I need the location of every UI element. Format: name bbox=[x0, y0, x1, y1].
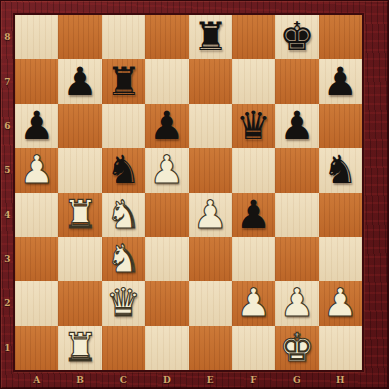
square-g1[interactable]: ♚ bbox=[275, 326, 318, 370]
square-g7[interactable] bbox=[275, 59, 318, 103]
square-d8[interactable] bbox=[145, 15, 188, 59]
file-label-f: F bbox=[232, 370, 275, 389]
rank-label-2: 2 bbox=[0, 281, 15, 325]
piece-white-pawn[interactable]: ♟ bbox=[19, 148, 54, 192]
square-c6[interactable] bbox=[102, 104, 145, 148]
rank-label-7: 7 bbox=[0, 59, 15, 103]
file-label-h: H bbox=[319, 370, 362, 389]
piece-white-pawn[interactable]: ♟ bbox=[279, 281, 314, 325]
piece-black-pawn[interactable]: ♟ bbox=[19, 104, 54, 148]
square-d3[interactable] bbox=[145, 237, 188, 281]
piece-white-knight[interactable]: ♞ bbox=[106, 237, 141, 281]
square-e8[interactable]: ♜ bbox=[189, 15, 232, 59]
square-b7[interactable]: ♟ bbox=[58, 59, 101, 103]
piece-black-rook[interactable]: ♜ bbox=[193, 15, 228, 59]
square-b4[interactable]: ♜ bbox=[58, 193, 101, 237]
square-g2[interactable]: ♟ bbox=[275, 281, 318, 325]
square-g3[interactable] bbox=[275, 237, 318, 281]
square-e7[interactable] bbox=[189, 59, 232, 103]
square-f5[interactable] bbox=[232, 148, 275, 192]
square-f2[interactable]: ♟ bbox=[232, 281, 275, 325]
piece-white-pawn[interactable]: ♟ bbox=[323, 281, 358, 325]
rank-label-6: 6 bbox=[0, 104, 15, 148]
square-b6[interactable] bbox=[58, 104, 101, 148]
square-e6[interactable] bbox=[189, 104, 232, 148]
square-c2[interactable]: ♛ bbox=[102, 281, 145, 325]
square-a7[interactable] bbox=[15, 59, 58, 103]
square-b5[interactable] bbox=[58, 148, 101, 192]
square-b1[interactable]: ♜ bbox=[58, 326, 101, 370]
square-f1[interactable] bbox=[232, 326, 275, 370]
square-d4[interactable] bbox=[145, 193, 188, 237]
square-h1[interactable] bbox=[319, 326, 362, 370]
square-h4[interactable] bbox=[319, 193, 362, 237]
square-a2[interactable] bbox=[15, 281, 58, 325]
square-c3[interactable]: ♞ bbox=[102, 237, 145, 281]
square-d2[interactable] bbox=[145, 281, 188, 325]
piece-white-rook[interactable]: ♜ bbox=[63, 193, 98, 237]
rank-labels: 87654321 bbox=[0, 15, 15, 370]
board-frame: 87654321 ABCDEFGH ♜♚♟♜♟♟♟♛♟♟♞♟♞♜♞♟♟♞♛♟♟♟… bbox=[0, 0, 389, 389]
file-label-e: E bbox=[189, 370, 232, 389]
piece-white-rook[interactable]: ♜ bbox=[63, 326, 98, 370]
piece-black-pawn[interactable]: ♟ bbox=[279, 104, 314, 148]
square-h8[interactable] bbox=[319, 15, 362, 59]
square-c7[interactable]: ♜ bbox=[102, 59, 145, 103]
square-c4[interactable]: ♞ bbox=[102, 193, 145, 237]
square-g6[interactable]: ♟ bbox=[275, 104, 318, 148]
square-f8[interactable] bbox=[232, 15, 275, 59]
square-c1[interactable] bbox=[102, 326, 145, 370]
piece-black-knight[interactable]: ♞ bbox=[323, 148, 358, 192]
piece-black-pawn[interactable]: ♟ bbox=[149, 104, 184, 148]
square-b2[interactable] bbox=[58, 281, 101, 325]
square-e2[interactable] bbox=[189, 281, 232, 325]
piece-white-knight[interactable]: ♞ bbox=[106, 193, 141, 237]
square-g8[interactable]: ♚ bbox=[275, 15, 318, 59]
square-h6[interactable] bbox=[319, 104, 362, 148]
file-label-g: G bbox=[275, 370, 318, 389]
piece-white-king[interactable]: ♚ bbox=[279, 326, 314, 370]
square-e5[interactable] bbox=[189, 148, 232, 192]
square-a1[interactable] bbox=[15, 326, 58, 370]
square-g4[interactable] bbox=[275, 193, 318, 237]
piece-black-pawn[interactable]: ♟ bbox=[63, 60, 98, 104]
rank-label-1: 1 bbox=[0, 326, 15, 370]
square-a8[interactable] bbox=[15, 15, 58, 59]
square-f3[interactable] bbox=[232, 237, 275, 281]
square-b8[interactable] bbox=[58, 15, 101, 59]
square-h3[interactable] bbox=[319, 237, 362, 281]
file-label-b: B bbox=[58, 370, 101, 389]
square-f4[interactable]: ♟ bbox=[232, 193, 275, 237]
square-g5[interactable] bbox=[275, 148, 318, 192]
piece-white-queen[interactable]: ♛ bbox=[106, 281, 141, 325]
square-e4[interactable]: ♟ bbox=[189, 193, 232, 237]
square-d5[interactable]: ♟ bbox=[145, 148, 188, 192]
piece-black-rook[interactable]: ♜ bbox=[106, 60, 141, 104]
rank-label-3: 3 bbox=[0, 237, 15, 281]
square-e1[interactable] bbox=[189, 326, 232, 370]
square-f6[interactable]: ♛ bbox=[232, 104, 275, 148]
square-c8[interactable] bbox=[102, 15, 145, 59]
piece-white-pawn[interactable]: ♟ bbox=[149, 148, 184, 192]
piece-black-pawn[interactable]: ♟ bbox=[236, 193, 271, 237]
file-label-c: C bbox=[102, 370, 145, 389]
rank-label-4: 4 bbox=[0, 193, 15, 237]
square-d7[interactable] bbox=[145, 59, 188, 103]
square-h2[interactable]: ♟ bbox=[319, 281, 362, 325]
piece-black-pawn[interactable]: ♟ bbox=[323, 60, 358, 104]
square-a4[interactable] bbox=[15, 193, 58, 237]
square-d6[interactable]: ♟ bbox=[145, 104, 188, 148]
square-h7[interactable]: ♟ bbox=[319, 59, 362, 103]
piece-white-pawn[interactable]: ♟ bbox=[193, 193, 228, 237]
piece-black-king[interactable]: ♚ bbox=[279, 15, 314, 59]
file-labels: ABCDEFGH bbox=[15, 370, 362, 389]
file-label-d: D bbox=[145, 370, 188, 389]
square-h5[interactable]: ♞ bbox=[319, 148, 362, 192]
square-a5[interactable]: ♟ bbox=[15, 148, 58, 192]
square-c5[interactable]: ♞ bbox=[102, 148, 145, 192]
square-a6[interactable]: ♟ bbox=[15, 104, 58, 148]
chess-board[interactable]: ♜♚♟♜♟♟♟♛♟♟♞♟♞♜♞♟♟♞♛♟♟♟♜♚ bbox=[15, 15, 362, 370]
square-d1[interactable] bbox=[145, 326, 188, 370]
piece-black-queen[interactable]: ♛ bbox=[236, 104, 271, 148]
square-b3[interactable] bbox=[58, 237, 101, 281]
file-label-a: A bbox=[15, 370, 58, 389]
rank-label-5: 5 bbox=[0, 148, 15, 192]
square-e3[interactable] bbox=[189, 237, 232, 281]
piece-white-pawn[interactable]: ♟ bbox=[236, 281, 271, 325]
piece-black-knight[interactable]: ♞ bbox=[106, 148, 141, 192]
square-f7[interactable] bbox=[232, 59, 275, 103]
rank-label-8: 8 bbox=[0, 15, 15, 59]
square-a3[interactable] bbox=[15, 237, 58, 281]
